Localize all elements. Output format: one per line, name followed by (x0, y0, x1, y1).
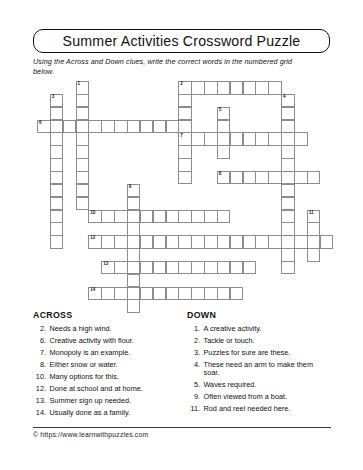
crossword-cell[interactable] (114, 210, 128, 224)
instructions: Using the Across and Down clues, write t… (33, 57, 313, 78)
crossword-cell[interactable] (88, 120, 102, 134)
crossword-cell[interactable] (230, 287, 244, 301)
crossword-cell[interactable] (50, 235, 64, 249)
cell-number: 8 (219, 172, 222, 177)
crossword-cell[interactable] (255, 132, 269, 146)
clue-item: 9.Often viewed from a boat. (187, 393, 330, 401)
clue-text: A creative activity. (204, 325, 262, 333)
crossword-cell[interactable] (50, 222, 64, 236)
crossword-cell[interactable] (50, 132, 64, 146)
crossword-cell[interactable] (243, 81, 257, 95)
clue-text: Usually done as a family. (50, 409, 131, 417)
crossword-cell[interactable] (76, 107, 90, 121)
crossword-cell[interactable] (281, 171, 295, 185)
across-clues-section: ACROSS 2.Needs a high wind.6.Creative ac… (33, 310, 173, 421)
cell-number: 7 (180, 134, 183, 139)
down-heading: DOWN (187, 310, 330, 320)
clue-text: Rod and reel needed here. (204, 405, 291, 413)
clue-number: 11. (187, 405, 200, 413)
across-list: 2.Needs a high wind.6.Creative activity … (33, 325, 173, 417)
crossword-cell[interactable] (76, 158, 90, 172)
crossword-cell[interactable] (50, 184, 64, 198)
crossword-cell[interactable] (204, 81, 218, 95)
clue-item: 12.Done at school and at home. (33, 385, 173, 393)
crossword-cell[interactable] (101, 120, 115, 134)
page-title: Summer Activities Crossword Puzzle (63, 33, 301, 49)
crossword-cell[interactable] (76, 184, 90, 198)
clue-item: 2.Needs a high wind. (33, 325, 173, 333)
crossword-cell[interactable] (114, 235, 128, 249)
clue-item: 11.Rod and reel needed here. (187, 405, 330, 413)
cell-number: 9 (129, 185, 132, 190)
crossword-cell[interactable] (191, 235, 205, 249)
cell-number: 12 (90, 236, 95, 241)
clue-item: 14.Usually done as a family. (33, 409, 173, 417)
clue-number: 7. (33, 349, 46, 357)
clue-number: 2. (187, 337, 200, 345)
crossword-cell[interactable] (281, 145, 295, 159)
copyright-text: © https://www.learnwithpuzzles.com (33, 431, 148, 438)
crossword-cell[interactable] (243, 171, 257, 185)
clue-text: Creative activity with flour. (50, 337, 134, 345)
crossword-cell[interactable] (281, 197, 295, 211)
crossword-board: 1234567891011121314 (37, 81, 333, 313)
crossword-cell[interactable] (191, 261, 205, 275)
crossword-cell[interactable] (255, 235, 269, 249)
clue-number: 5. (187, 381, 200, 389)
crossword-cell[interactable] (243, 235, 257, 249)
clue-text: Many options for this. (50, 373, 119, 381)
crossword-cell[interactable] (230, 235, 244, 249)
clue-text: Puzzles for sure are these. (204, 349, 291, 357)
crossword-cell[interactable] (166, 210, 180, 224)
clue-number: 2. (33, 325, 46, 333)
crossword-cell[interactable] (114, 261, 128, 275)
crossword-cell[interactable] (127, 274, 141, 288)
clue-text: Tackle or touch. (204, 337, 255, 345)
crossword-cell[interactable]: 6 (37, 120, 51, 134)
cell-number: 13 (103, 262, 108, 267)
crossword-cell[interactable] (76, 197, 90, 211)
crossword-cell[interactable] (217, 210, 231, 224)
cell-number: 1 (77, 82, 80, 87)
crossword-cell[interactable] (268, 235, 282, 249)
clue-item: 6.Creative activity with flour. (33, 337, 173, 345)
crossword-cell[interactable] (50, 107, 64, 121)
crossword-cell[interactable] (101, 235, 115, 249)
crossword-cell[interactable]: 4 (281, 94, 295, 108)
cell-number: 6 (39, 121, 42, 126)
footer-divider (33, 427, 331, 428)
crossword-cell[interactable] (281, 261, 295, 275)
crossword-cell[interactable] (50, 210, 64, 224)
down-clues-section: DOWN 1.A creative activity.2.Tackle or t… (187, 310, 330, 417)
crossword-cell[interactable] (178, 261, 192, 275)
cell-number: 10 (90, 211, 95, 216)
crossword-cell[interactable] (114, 287, 128, 301)
crossword-cell[interactable] (217, 145, 231, 159)
crossword-cell[interactable] (114, 120, 128, 134)
crossword-cell[interactable] (153, 120, 167, 134)
crossword-cell[interactable] (307, 248, 321, 262)
clue-item: 7.Monopoly is an example. (33, 349, 173, 357)
clue-item: 1.A creative activity. (187, 325, 330, 333)
crossword-cell[interactable] (204, 287, 218, 301)
crossword-cell[interactable] (307, 171, 321, 185)
crossword-cell[interactable] (281, 120, 295, 134)
crossword-cell[interactable] (127, 222, 141, 236)
crossword-cell[interactable] (307, 235, 321, 249)
crossword-cell[interactable] (217, 261, 231, 275)
clue-number: 1. (187, 325, 200, 333)
crossword-cell[interactable] (191, 287, 205, 301)
clue-text: Either snow or water. (50, 361, 118, 369)
cell-number: 11 (309, 211, 314, 216)
clue-number: 8. (33, 361, 46, 369)
crossword-cell[interactable] (140, 261, 154, 275)
crossword-cell[interactable] (127, 210, 141, 224)
crossword-cell[interactable] (294, 132, 308, 146)
crossword-cell[interactable] (50, 120, 64, 134)
crossword-cell[interactable] (166, 261, 180, 275)
crossword-cell[interactable] (217, 132, 231, 146)
crossword-cell[interactable] (166, 235, 180, 249)
clue-text: These need an arm to make them soar. (204, 361, 322, 377)
crossword-cell[interactable] (140, 120, 154, 134)
clue-number: 14. (33, 409, 46, 417)
clue-number: 4. (187, 361, 200, 377)
crossword-cell[interactable] (140, 210, 154, 224)
crossword-cell[interactable] (204, 132, 218, 146)
down-list: 1.A creative activity.2.Tackle or touch.… (187, 325, 330, 413)
crossword-cell[interactable] (217, 235, 231, 249)
crossword-cell[interactable] (140, 235, 154, 249)
crossword-cell[interactable]: 5 (217, 107, 231, 121)
clue-item: 2.Tackle or touch. (187, 337, 330, 345)
crossword-cell[interactable] (50, 145, 64, 159)
crossword-cell[interactable] (127, 287, 141, 301)
crossword-cell[interactable]: 3 (50, 94, 64, 108)
crossword-cell[interactable] (127, 235, 141, 249)
worksheet-page: Summer Activities Crossword Puzzle Using… (0, 0, 363, 470)
crossword-cell[interactable]: 11 (307, 210, 321, 224)
across-heading: ACROSS (33, 310, 173, 320)
crossword-cell[interactable]: 14 (88, 287, 102, 301)
crossword-cell[interactable] (178, 171, 192, 185)
crossword-cell[interactable]: 7 (178, 132, 192, 146)
crossword-cell[interactable] (281, 222, 295, 236)
crossword-cell[interactable] (243, 132, 257, 146)
clue-number: 12. (33, 385, 46, 393)
crossword-cell[interactable]: 2 (178, 81, 192, 95)
crossword-cell[interactable] (204, 261, 218, 275)
crossword-cell[interactable] (76, 94, 90, 108)
clue-item: 13.Summer sign up needed. (33, 397, 173, 405)
crossword-cell[interactable] (153, 261, 167, 275)
crossword-cell[interactable] (191, 210, 205, 224)
crossword-cell[interactable] (281, 107, 295, 121)
crossword-cell[interactable] (76, 145, 90, 159)
clue-text: Done at school and at home. (50, 385, 143, 393)
crossword-cell[interactable] (268, 81, 282, 95)
crossword-cell[interactable] (178, 210, 192, 224)
clue-number: 6. (33, 337, 46, 345)
crossword-cell[interactable] (50, 197, 64, 211)
crossword-cell[interactable] (153, 287, 167, 301)
cell-number: 5 (219, 108, 222, 113)
cell-number: 2 (180, 82, 183, 87)
clue-text: Often viewed from a boat. (204, 393, 288, 401)
crossword-cell[interactable] (217, 287, 231, 301)
crossword-cell[interactable] (178, 107, 192, 121)
crossword-cell[interactable] (166, 120, 180, 134)
clue-text: Summer sign up needed. (50, 397, 132, 405)
crossword-cell[interactable] (307, 222, 321, 236)
crossword-cell[interactable] (281, 248, 295, 262)
clue-item: 4.These need an arm to make them soar. (187, 361, 330, 377)
crossword-cell[interactable] (101, 287, 115, 301)
crossword-cell[interactable] (127, 248, 141, 262)
crossword-cell[interactable] (281, 210, 295, 224)
crossword-cell[interactable] (320, 235, 334, 249)
crossword-cell[interactable]: 12 (88, 235, 102, 249)
crossword-cell[interactable] (166, 287, 180, 301)
crossword-cell[interactable] (217, 81, 231, 95)
crossword-cell[interactable] (178, 94, 192, 108)
clue-item: 3.Puzzles for sure are these. (187, 349, 330, 357)
crossword-cell[interactable] (217, 120, 231, 134)
cell-number: 14 (90, 288, 95, 293)
crossword-cell[interactable] (281, 235, 295, 249)
crossword-cell[interactable] (127, 261, 141, 275)
clue-number: 3. (187, 349, 200, 357)
clue-text: Needs a high wind. (50, 325, 112, 333)
crossword-cell[interactable] (268, 171, 282, 185)
crossword-cell[interactable] (230, 261, 244, 275)
crossword-cell[interactable] (178, 287, 192, 301)
crossword-cell[interactable]: 10 (88, 210, 102, 224)
crossword-cell[interactable]: 13 (101, 261, 115, 275)
crossword-cell[interactable] (63, 120, 77, 134)
crossword-cell[interactable] (204, 210, 218, 224)
clue-text: Waves required. (204, 381, 257, 389)
crossword-cell[interactable] (76, 132, 90, 146)
crossword-cell[interactable] (178, 120, 192, 134)
crossword-cell[interactable] (178, 158, 192, 172)
crossword-cell[interactable] (178, 145, 192, 159)
crossword-cell[interactable]: 1 (76, 81, 90, 95)
crossword-cell[interactable] (153, 235, 167, 249)
crossword-cell[interactable] (268, 132, 282, 146)
crossword-cell[interactable] (243, 261, 257, 275)
crossword-cell[interactable] (50, 158, 64, 172)
crossword-cell[interactable] (281, 184, 295, 198)
crossword-cell[interactable] (76, 120, 90, 134)
crossword-cell[interactable] (191, 81, 205, 95)
crossword-cell[interactable] (230, 171, 244, 185)
cell-number: 3 (52, 95, 55, 100)
crossword-cell[interactable] (153, 210, 167, 224)
crossword-cell[interactable] (281, 132, 295, 146)
clue-item: 10.Many options for this. (33, 373, 173, 381)
crossword-cell[interactable] (101, 210, 115, 224)
clue-number: 9. (187, 393, 200, 401)
crossword-cell[interactable] (204, 235, 218, 249)
clue-item: 5.Waves required. (187, 381, 330, 389)
crossword-cell[interactable] (76, 171, 90, 185)
crossword-cell[interactable] (281, 158, 295, 172)
crossword-cell[interactable] (127, 120, 141, 134)
crossword-cell[interactable] (294, 171, 308, 185)
crossword-cell[interactable] (230, 132, 244, 146)
crossword-cell[interactable] (294, 235, 308, 249)
crossword-cell[interactable] (140, 287, 154, 301)
crossword-cell[interactable]: 9 (127, 184, 141, 198)
title-box: Summer Activities Crossword Puzzle (33, 29, 330, 53)
crossword-cell[interactable] (191, 132, 205, 146)
crossword-cell[interactable] (255, 171, 269, 185)
clue-number: 10. (33, 373, 46, 381)
clue-item: 8.Either snow or water. (33, 361, 173, 369)
crossword-cell[interactable] (127, 197, 141, 211)
crossword-cell[interactable]: 8 (217, 171, 231, 185)
crossword-cell[interactable] (230, 81, 244, 95)
cell-number: 4 (283, 95, 286, 100)
crossword-cell[interactable] (178, 235, 192, 249)
crossword-cell[interactable] (255, 81, 269, 95)
crossword-cell[interactable] (50, 171, 64, 185)
clue-number: 13. (33, 397, 46, 405)
clue-text: Monopoly is an example. (50, 349, 131, 357)
